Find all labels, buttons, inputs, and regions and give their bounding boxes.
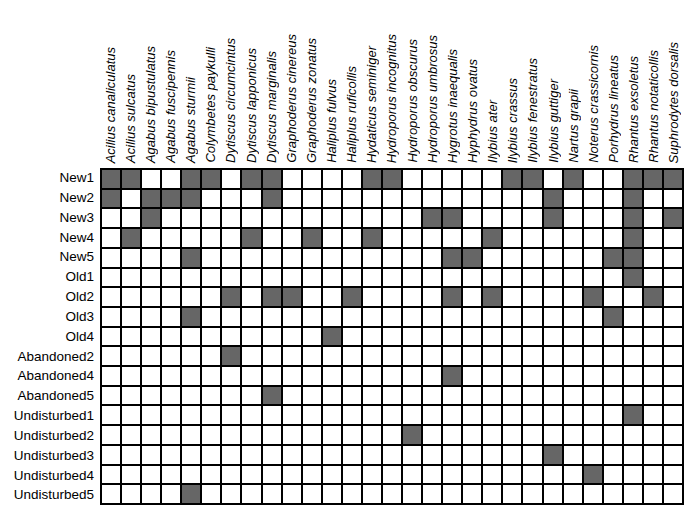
matrix-cell	[584, 466, 602, 484]
matrix-cell	[564, 229, 582, 247]
matrix-cell	[664, 387, 682, 405]
matrix-cell	[544, 190, 562, 208]
matrix-cell	[624, 170, 642, 188]
matrix-cell	[142, 485, 160, 503]
matrix-cell	[523, 229, 541, 247]
matrix-cell	[162, 406, 180, 424]
matrix-cell	[564, 328, 582, 346]
matrix-cell	[222, 170, 240, 188]
matrix-cell	[182, 347, 200, 365]
matrix-cell	[604, 426, 622, 444]
matrix-cell	[544, 406, 562, 424]
matrix-cell	[283, 347, 301, 365]
matrix-cell	[383, 229, 401, 247]
matrix-cell	[503, 308, 521, 326]
site-label: Old3	[0, 307, 97, 327]
matrix-cell	[283, 446, 301, 464]
matrix-cell	[403, 288, 421, 306]
matrix-cell	[162, 466, 180, 484]
matrix-cell	[303, 308, 321, 326]
matrix-cell	[122, 347, 140, 365]
matrix-cell	[403, 426, 421, 444]
matrix-cell	[263, 190, 281, 208]
matrix-cell	[584, 328, 602, 346]
species-label: Acilius sulcatus	[124, 74, 137, 163]
matrix-cell	[242, 190, 260, 208]
matrix-cell	[503, 170, 521, 188]
matrix-cell	[564, 288, 582, 306]
matrix-cell	[283, 269, 301, 287]
site-label: Abandoned2	[0, 346, 97, 366]
matrix-cell	[202, 446, 220, 464]
matrix-cell	[222, 209, 240, 227]
matrix-cell	[303, 249, 321, 267]
matrix-cell	[242, 426, 260, 444]
matrix-cell	[102, 170, 120, 188]
matrix-cell	[122, 249, 140, 267]
matrix-cell	[523, 466, 541, 484]
matrix-cell	[182, 328, 200, 346]
matrix-cell	[523, 485, 541, 503]
matrix-cell	[263, 387, 281, 405]
matrix-cell	[544, 387, 562, 405]
species-label: Haliplus fulvus	[325, 79, 338, 163]
matrix-cell	[303, 170, 321, 188]
matrix-cell	[664, 406, 682, 424]
matrix-cell	[624, 387, 642, 405]
matrix-cell	[122, 170, 140, 188]
matrix-cell	[303, 446, 321, 464]
matrix-cell	[403, 249, 421, 267]
matrix-cell	[162, 249, 180, 267]
matrix-cell	[604, 485, 622, 503]
matrix-cell	[664, 269, 682, 287]
matrix-cell	[363, 367, 381, 385]
site-label: New2	[0, 188, 97, 208]
matrix-cell	[283, 387, 301, 405]
matrix-cell	[624, 249, 642, 267]
matrix-cell	[463, 288, 481, 306]
matrix-cell	[142, 367, 160, 385]
matrix-cell	[624, 367, 642, 385]
matrix-cell	[383, 190, 401, 208]
matrix-cell	[483, 229, 501, 247]
matrix-cell	[483, 367, 501, 385]
matrix-cell	[503, 209, 521, 227]
matrix-cell	[323, 347, 341, 365]
matrix-cell	[503, 229, 521, 247]
matrix-cell	[383, 328, 401, 346]
matrix-cell	[363, 347, 381, 365]
matrix-cell	[162, 347, 180, 365]
matrix-cell	[664, 485, 682, 503]
species-label: Porhydrus lineatus	[607, 55, 620, 163]
matrix-cell	[403, 170, 421, 188]
matrix-cell	[523, 406, 541, 424]
matrix-cell	[142, 406, 160, 424]
matrix-cell	[182, 209, 200, 227]
matrix-cell	[242, 269, 260, 287]
matrix-cell	[283, 466, 301, 484]
matrix-cell	[423, 190, 441, 208]
matrix-cell	[644, 446, 662, 464]
matrix-cell	[584, 485, 602, 503]
matrix-cell	[664, 367, 682, 385]
matrix-cell	[584, 209, 602, 227]
matrix-cell	[523, 347, 541, 365]
matrix-cell	[544, 347, 562, 365]
matrix-cell	[443, 190, 461, 208]
matrix-cell	[162, 446, 180, 464]
matrix-cell	[263, 485, 281, 503]
matrix-cell	[403, 347, 421, 365]
matrix-cell	[122, 406, 140, 424]
matrix-cell	[202, 308, 220, 326]
matrix-cell	[423, 347, 441, 365]
matrix-cell	[584, 308, 602, 326]
matrix-cell	[564, 190, 582, 208]
matrix-cell	[343, 229, 361, 247]
matrix-cell	[363, 426, 381, 444]
matrix-cell	[202, 229, 220, 247]
matrix-cell	[503, 485, 521, 503]
site-label: New4	[0, 227, 97, 247]
matrix-cell	[544, 288, 562, 306]
matrix-cell	[624, 347, 642, 365]
matrix-cell	[283, 426, 301, 444]
matrix-cell	[222, 446, 240, 464]
matrix-cell	[363, 446, 381, 464]
matrix-cell	[222, 466, 240, 484]
matrix-cell	[423, 308, 441, 326]
matrix-cell	[323, 229, 341, 247]
matrix-cell	[142, 170, 160, 188]
matrix-cell	[303, 406, 321, 424]
matrix-cell	[403, 328, 421, 346]
matrix-cell	[142, 308, 160, 326]
matrix-cell	[323, 308, 341, 326]
matrix-cell	[644, 485, 662, 503]
matrix-cell	[403, 446, 421, 464]
matrix-cell	[423, 387, 441, 405]
matrix-cell	[283, 288, 301, 306]
species-labels: Acilius canaliculatusAcilius sulcatusAga…	[100, 0, 684, 166]
matrix-cell	[222, 367, 240, 385]
matrix-cell	[644, 190, 662, 208]
species-label: Graphoderus zonatus	[305, 38, 318, 163]
matrix-cell	[483, 249, 501, 267]
matrix-cell	[403, 229, 421, 247]
matrix-cell	[303, 328, 321, 346]
species-label: Rhantus notaticollis	[647, 50, 660, 163]
matrix-cell	[503, 190, 521, 208]
matrix-cell	[383, 288, 401, 306]
matrix-cell	[624, 308, 642, 326]
matrix-cell	[584, 426, 602, 444]
matrix-cell	[483, 466, 501, 484]
matrix-cell	[423, 406, 441, 424]
matrix-cell	[102, 308, 120, 326]
matrix-cell	[122, 485, 140, 503]
matrix-cell	[343, 328, 361, 346]
matrix-cell	[483, 209, 501, 227]
matrix-cell	[604, 466, 622, 484]
matrix-cell	[343, 446, 361, 464]
site-label: New5	[0, 247, 97, 267]
matrix-cell	[664, 347, 682, 365]
matrix-cell	[403, 387, 421, 405]
matrix-cell	[523, 308, 541, 326]
matrix-cell	[283, 249, 301, 267]
species-label: Hydroporus incognitus	[385, 34, 398, 163]
matrix-cell	[604, 209, 622, 227]
matrix-cell	[644, 170, 662, 188]
matrix-cell	[503, 328, 521, 346]
matrix-cell	[102, 485, 120, 503]
matrix-cell	[624, 190, 642, 208]
matrix-cell	[463, 328, 481, 346]
matrix-cell	[303, 367, 321, 385]
matrix-cell	[604, 446, 622, 464]
matrix-cell	[283, 308, 301, 326]
matrix-cell	[242, 209, 260, 227]
matrix-cell	[383, 406, 401, 424]
matrix-cell	[142, 269, 160, 287]
matrix-cell	[303, 229, 321, 247]
site-label: Abandoned5	[0, 386, 97, 406]
matrix-cell	[584, 347, 602, 365]
matrix-cell	[162, 170, 180, 188]
matrix-cell	[202, 367, 220, 385]
matrix-cell	[443, 466, 461, 484]
matrix-cell	[102, 269, 120, 287]
matrix-cell	[403, 485, 421, 503]
matrix-cell	[644, 347, 662, 365]
matrix-cell	[483, 269, 501, 287]
matrix-cell	[122, 466, 140, 484]
matrix-cell	[483, 170, 501, 188]
matrix-cell	[222, 328, 240, 346]
species-label: Ilybius guttiger	[547, 79, 560, 163]
matrix-cell	[544, 426, 562, 444]
matrix-cell	[544, 229, 562, 247]
matrix-cell	[263, 249, 281, 267]
matrix-cell	[343, 406, 361, 424]
matrix-cell	[423, 426, 441, 444]
matrix-cell	[303, 347, 321, 365]
matrix-cell	[423, 485, 441, 503]
matrix-cell	[283, 406, 301, 424]
matrix-cell	[544, 466, 562, 484]
matrix-cell	[142, 328, 160, 346]
matrix-cell	[363, 308, 381, 326]
matrix-cell	[463, 190, 481, 208]
matrix-cell	[644, 426, 662, 444]
matrix-cell	[263, 328, 281, 346]
matrix-cell	[323, 190, 341, 208]
matrix-cell	[122, 308, 140, 326]
species-label: Hyphydrus ovatus	[466, 59, 479, 163]
matrix-cell	[263, 269, 281, 287]
matrix-cell	[323, 288, 341, 306]
matrix-cell	[162, 367, 180, 385]
matrix-cell	[523, 209, 541, 227]
matrix-cell	[483, 406, 501, 424]
matrix-cell	[363, 406, 381, 424]
species-label: Agabus sturmii	[184, 77, 197, 163]
matrix-cell	[343, 367, 361, 385]
matrix-cell	[644, 209, 662, 227]
matrix-cell	[624, 229, 642, 247]
species-label: Ilybius fenestratus	[526, 58, 539, 163]
matrix-cell	[202, 269, 220, 287]
matrix-cell	[142, 249, 160, 267]
matrix-cell	[564, 426, 582, 444]
matrix-cell	[443, 209, 461, 227]
matrix-cell	[423, 170, 441, 188]
matrix-cell	[263, 209, 281, 227]
matrix-cell	[283, 328, 301, 346]
matrix-cell	[584, 387, 602, 405]
matrix-cell	[383, 209, 401, 227]
matrix-cell	[523, 446, 541, 464]
matrix-cell	[443, 229, 461, 247]
matrix-cell	[182, 367, 200, 385]
matrix-cell	[503, 446, 521, 464]
matrix-cell	[202, 387, 220, 405]
matrix-cell	[564, 269, 582, 287]
matrix-cell	[323, 426, 341, 444]
matrix-cell	[483, 328, 501, 346]
matrix-cell	[664, 466, 682, 484]
site-label: Old1	[0, 267, 97, 287]
matrix-cell	[604, 269, 622, 287]
matrix-cell	[202, 485, 220, 503]
matrix-cell	[202, 328, 220, 346]
matrix-cell	[263, 288, 281, 306]
matrix-cell	[343, 209, 361, 227]
matrix-cell	[564, 466, 582, 484]
matrix-cell	[122, 190, 140, 208]
matrix-cell	[644, 269, 662, 287]
matrix-cell	[503, 367, 521, 385]
matrix-cell	[664, 328, 682, 346]
matrix-cell	[283, 485, 301, 503]
matrix-cell	[644, 367, 662, 385]
matrix-cell	[624, 485, 642, 503]
matrix-cell	[242, 367, 260, 385]
matrix-cell	[323, 367, 341, 385]
matrix-cell	[102, 209, 120, 227]
matrix-cell	[102, 190, 120, 208]
matrix-cell	[242, 406, 260, 424]
matrix-cell	[523, 190, 541, 208]
matrix-cell	[503, 269, 521, 287]
matrix-cell	[363, 485, 381, 503]
matrix-cell	[403, 367, 421, 385]
matrix-cell	[443, 406, 461, 424]
matrix-cell	[604, 249, 622, 267]
matrix-cell	[182, 426, 200, 444]
matrix-cell	[403, 308, 421, 326]
matrix-cell	[182, 249, 200, 267]
matrix-cell	[283, 190, 301, 208]
matrix-cell	[624, 209, 642, 227]
matrix-cell	[202, 347, 220, 365]
site-label: Undisturbed3	[0, 446, 97, 466]
species-label: Suphrodytes dorsalis	[667, 42, 680, 163]
matrix-cell	[624, 406, 642, 424]
matrix-cell	[463, 446, 481, 464]
matrix-cell	[222, 426, 240, 444]
matrix-cell	[523, 367, 541, 385]
matrix-cell	[483, 190, 501, 208]
matrix-cell	[102, 229, 120, 247]
matrix-cell	[463, 367, 481, 385]
matrix-cell	[222, 485, 240, 503]
matrix-cell	[182, 269, 200, 287]
matrix-cell	[383, 387, 401, 405]
matrix-cell	[463, 347, 481, 365]
matrix-cell	[564, 367, 582, 385]
matrix-cell	[162, 190, 180, 208]
matrix-cell	[263, 170, 281, 188]
matrix-cell	[564, 170, 582, 188]
matrix-cell	[122, 367, 140, 385]
matrix-cell	[644, 249, 662, 267]
matrix-cell	[222, 387, 240, 405]
matrix-cell	[544, 446, 562, 464]
matrix-cell	[202, 170, 220, 188]
matrix-cell	[242, 328, 260, 346]
matrix-cell	[162, 229, 180, 247]
matrix-cell	[323, 387, 341, 405]
matrix-cell	[624, 426, 642, 444]
matrix-cell	[443, 387, 461, 405]
matrix-cell	[343, 426, 361, 444]
matrix-cell	[503, 466, 521, 484]
matrix-cell	[363, 229, 381, 247]
matrix-cell	[263, 229, 281, 247]
matrix-cell	[523, 328, 541, 346]
matrix-cell	[102, 406, 120, 424]
matrix-cell	[383, 426, 401, 444]
matrix-cell	[142, 288, 160, 306]
matrix-cell	[182, 308, 200, 326]
matrix-cell	[202, 190, 220, 208]
matrix-cell	[403, 269, 421, 287]
matrix-cell	[624, 466, 642, 484]
matrix-cell	[122, 209, 140, 227]
matrix-cell	[142, 446, 160, 464]
matrix-cell	[383, 308, 401, 326]
matrix-cell	[162, 288, 180, 306]
matrix-cell	[544, 269, 562, 287]
matrix-cell	[162, 485, 180, 503]
site-label: Old4	[0, 327, 97, 347]
matrix-cell	[604, 387, 622, 405]
matrix-cell	[363, 170, 381, 188]
matrix-cell	[323, 466, 341, 484]
matrix-cell	[142, 209, 160, 227]
matrix-cell	[644, 406, 662, 424]
matrix-cell	[564, 387, 582, 405]
site-label: Abandoned4	[0, 366, 97, 386]
matrix-cell	[242, 466, 260, 484]
matrix-cell	[222, 347, 240, 365]
matrix-cell	[463, 426, 481, 444]
matrix-cell	[604, 308, 622, 326]
